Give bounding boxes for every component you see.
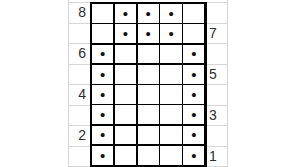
chart-cell-r8c4: • <box>160 4 181 23</box>
chart-cell-r6c2 <box>115 45 136 64</box>
chart-cell-r7c2: • <box>115 24 136 43</box>
purl-dot: • <box>191 147 196 162</box>
purl-dot: • <box>100 46 105 61</box>
row-label-5: 5 <box>209 64 225 85</box>
purl-dot: • <box>146 5 151 20</box>
chart-cell-r6c1: • <box>92 45 113 64</box>
chart-grid: •••••••••••••••••• <box>90 2 207 167</box>
chart-cell-r3c5: • <box>183 105 204 124</box>
row-label-6: 6 <box>68 43 86 64</box>
chart-cell-r6c4 <box>160 45 181 64</box>
chart-cell-r7c5 <box>183 24 204 43</box>
chart-cell-r8c1 <box>92 4 113 23</box>
chart-cell-r7c4: • <box>160 24 181 43</box>
chart-cell-r2c5: • <box>183 126 204 145</box>
purl-dot: • <box>146 26 151 41</box>
purl-dot: • <box>100 66 105 81</box>
purl-dot: • <box>191 66 196 81</box>
purl-dot: • <box>100 127 105 142</box>
purl-dot: • <box>100 107 105 122</box>
chart-cell-r3c4 <box>160 105 181 124</box>
purl-dot: • <box>100 86 105 101</box>
purl-dot: • <box>123 5 128 20</box>
chart-cell-r7c1 <box>92 24 113 43</box>
chart-cell-r1c2 <box>115 146 136 165</box>
chart-cell-r5c5: • <box>183 65 204 84</box>
chart-cell-r2c3 <box>138 126 159 145</box>
chart-cell-r8c5 <box>183 4 204 23</box>
chart-cell-r4c3 <box>138 85 159 104</box>
chart-cell-r4c5: • <box>183 85 204 104</box>
chart-cell-r4c4 <box>160 85 181 104</box>
row-label-1: 1 <box>209 146 225 167</box>
purl-dot: • <box>100 147 105 162</box>
chart-cell-r2c1: • <box>92 126 113 145</box>
row-label-7: 7 <box>209 23 225 44</box>
row-label-2: 2 <box>68 125 86 146</box>
chart-cell-r3c2 <box>115 105 136 124</box>
row-label-8: 8 <box>68 2 86 23</box>
chart-cell-r6c3 <box>138 45 159 64</box>
chart-cell-r2c2 <box>115 126 136 145</box>
chart-cell-r4c2 <box>115 85 136 104</box>
chart-cell-r6c5: • <box>183 45 204 64</box>
row-label-3: 3 <box>209 105 225 126</box>
chart-cell-r8c3: • <box>138 4 159 23</box>
row-label-4: 4 <box>68 84 86 105</box>
sheet-vertical-gridline-right <box>227 0 228 167</box>
purl-dot: • <box>191 46 196 61</box>
purl-dot: • <box>168 26 173 41</box>
purl-dot: • <box>168 5 173 20</box>
chart-cell-r1c4 <box>160 146 181 165</box>
purl-dot: • <box>191 127 196 142</box>
chart-cell-r1c1: • <box>92 146 113 165</box>
chart-cell-r5c1: • <box>92 65 113 84</box>
chart-cell-r5c2 <box>115 65 136 84</box>
chart-cell-r7c3: • <box>138 24 159 43</box>
chart-cell-r3c1: • <box>92 105 113 124</box>
chart-cell-r1c3 <box>138 146 159 165</box>
chart-cell-r2c4 <box>160 126 181 145</box>
chart-cell-r8c2: • <box>115 4 136 23</box>
chart-cell-r4c1: • <box>92 85 113 104</box>
chart-cell-r1c5: • <box>183 146 204 165</box>
chart-cell-r5c3 <box>138 65 159 84</box>
purl-dot: • <box>191 107 196 122</box>
chart-cell-r5c4 <box>160 65 181 84</box>
purl-dot: • <box>123 26 128 41</box>
purl-dot: • <box>191 86 196 101</box>
stitch-chart-page: •••••••••••••••••• 86427531 <box>0 0 305 167</box>
chart-cell-r3c3 <box>138 105 159 124</box>
